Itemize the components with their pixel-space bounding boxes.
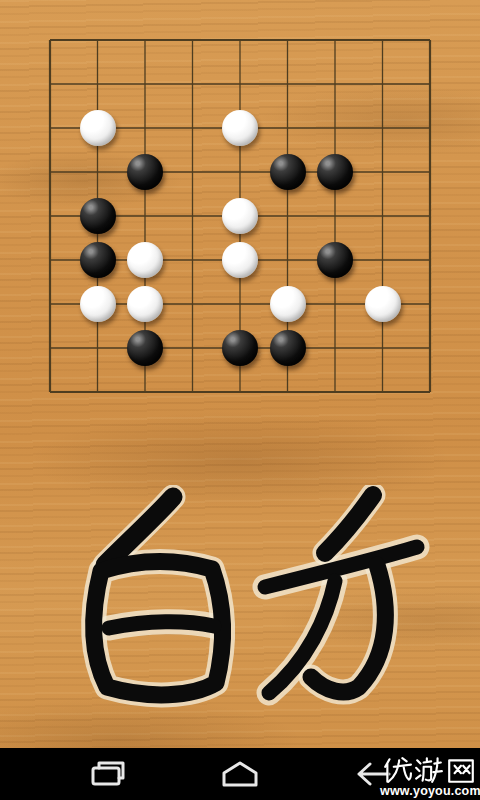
android-navbar: www.yoyou.com [0,748,480,800]
stone-black [317,242,353,278]
gomoku-board[interactable] [50,40,430,392]
stone-white [270,286,306,322]
watermark-site-url: www.yoyou.com [380,784,478,798]
stone-black [270,154,306,190]
stone-white [222,110,258,146]
stone-white [80,110,116,146]
recents-icon [89,760,127,788]
stone-black [127,330,163,366]
stone-white [80,286,116,322]
watermark-site-name-glyphs [380,756,478,784]
stones-layer [50,40,430,392]
stone-black [270,330,306,366]
stone-white [365,286,401,322]
stone-black [80,242,116,278]
stone-white [127,242,163,278]
stone-black [222,330,258,366]
stone-white [127,286,163,322]
home-button[interactable] [216,748,264,800]
glyph-you1 [382,756,412,784]
home-icon [221,760,259,788]
stone-white [222,242,258,278]
stone-black [127,154,163,190]
bai-middle-bar [109,622,214,628]
stone-white [222,198,258,234]
glyph-you2 [414,756,444,784]
app-screen: www.yoyou.com [0,0,480,800]
side-banner-calligraphy [60,485,430,710]
glyph-wang [446,756,476,784]
watermark: www.yoyou.com [380,756,478,798]
recents-button[interactable] [84,748,132,800]
stone-black [317,154,353,190]
stone-black [80,198,116,234]
